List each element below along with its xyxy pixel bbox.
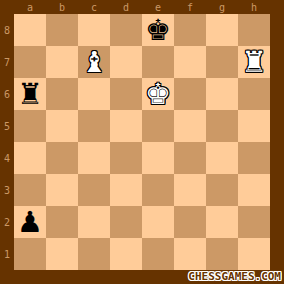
square-d2[interactable] xyxy=(110,206,142,238)
file-label-b: b xyxy=(46,0,78,14)
square-h6[interactable] xyxy=(238,78,270,110)
rank-label-2: 2 xyxy=(0,206,14,238)
file-label-h: h xyxy=(238,0,270,14)
square-a4[interactable] xyxy=(14,142,46,174)
square-b5[interactable] xyxy=(46,110,78,142)
square-h3[interactable] xyxy=(238,174,270,206)
chess-diagram: a b c d e f g h 8 7 6 5 4 3 2 1 ♚♝♜♜♚♟ C… xyxy=(0,0,284,284)
rank-label-1: 1 xyxy=(0,238,14,270)
square-c2[interactable] xyxy=(78,206,110,238)
square-h4[interactable] xyxy=(238,142,270,174)
square-e8[interactable]: ♚ xyxy=(142,14,174,46)
square-a6[interactable]: ♜ xyxy=(14,78,46,110)
rank-label-7: 7 xyxy=(0,46,14,78)
square-f6[interactable] xyxy=(174,78,206,110)
file-label-d: d xyxy=(110,0,142,14)
square-g7[interactable] xyxy=(206,46,238,78)
square-g1[interactable] xyxy=(206,238,238,270)
chess-board[interactable]: ♚♝♜♜♚♟ xyxy=(14,14,270,270)
square-b3[interactable] xyxy=(46,174,78,206)
square-c8[interactable] xyxy=(78,14,110,46)
white-bishop: ♝ xyxy=(81,46,107,78)
square-f7[interactable] xyxy=(174,46,206,78)
file-label-f: f xyxy=(174,0,206,14)
rank-label-4: 4 xyxy=(0,142,14,174)
square-g5[interactable] xyxy=(206,110,238,142)
square-e3[interactable] xyxy=(142,174,174,206)
rank-label-6: 6 xyxy=(0,78,14,110)
square-f5[interactable] xyxy=(174,110,206,142)
file-labels: a b c d e f g h xyxy=(14,0,270,14)
square-d1[interactable] xyxy=(110,238,142,270)
square-d8[interactable] xyxy=(110,14,142,46)
square-d5[interactable] xyxy=(110,110,142,142)
square-f4[interactable] xyxy=(174,142,206,174)
white-rook: ♜ xyxy=(241,46,267,78)
square-g4[interactable] xyxy=(206,142,238,174)
black-pawn: ♟ xyxy=(17,206,43,238)
square-e2[interactable] xyxy=(142,206,174,238)
square-e4[interactable] xyxy=(142,142,174,174)
square-f1[interactable] xyxy=(174,238,206,270)
rank-label-8: 8 xyxy=(0,14,14,46)
square-b6[interactable] xyxy=(46,78,78,110)
square-c6[interactable] xyxy=(78,78,110,110)
square-h8[interactable] xyxy=(238,14,270,46)
square-e7[interactable] xyxy=(142,46,174,78)
rank-label-3: 3 xyxy=(0,174,14,206)
black-king: ♚ xyxy=(145,14,171,46)
square-a2[interactable]: ♟ xyxy=(14,206,46,238)
square-b4[interactable] xyxy=(46,142,78,174)
watermark: CHESSGAMES.COM xyxy=(188,270,281,284)
file-label-g: g xyxy=(206,0,238,14)
square-g6[interactable] xyxy=(206,78,238,110)
square-h1[interactable] xyxy=(238,238,270,270)
square-a7[interactable] xyxy=(14,46,46,78)
square-d4[interactable] xyxy=(110,142,142,174)
square-a3[interactable] xyxy=(14,174,46,206)
square-d7[interactable] xyxy=(110,46,142,78)
square-a8[interactable] xyxy=(14,14,46,46)
square-g3[interactable] xyxy=(206,174,238,206)
square-c3[interactable] xyxy=(78,174,110,206)
square-c7[interactable]: ♝ xyxy=(78,46,110,78)
square-c5[interactable] xyxy=(78,110,110,142)
square-d3[interactable] xyxy=(110,174,142,206)
square-f8[interactable] xyxy=(174,14,206,46)
square-f3[interactable] xyxy=(174,174,206,206)
rank-labels: 8 7 6 5 4 3 2 1 xyxy=(0,14,14,270)
square-a5[interactable] xyxy=(14,110,46,142)
square-b2[interactable] xyxy=(46,206,78,238)
square-h5[interactable] xyxy=(238,110,270,142)
square-g8[interactable] xyxy=(206,14,238,46)
square-b8[interactable] xyxy=(46,14,78,46)
square-h2[interactable] xyxy=(238,206,270,238)
white-king: ♚ xyxy=(145,78,171,110)
square-d6[interactable] xyxy=(110,78,142,110)
square-e5[interactable] xyxy=(142,110,174,142)
square-a1[interactable] xyxy=(14,238,46,270)
black-rook: ♜ xyxy=(17,78,43,110)
square-c1[interactable] xyxy=(78,238,110,270)
rank-label-5: 5 xyxy=(0,110,14,142)
square-b1[interactable] xyxy=(46,238,78,270)
file-label-c: c xyxy=(78,0,110,14)
square-c4[interactable] xyxy=(78,142,110,174)
file-label-e: e xyxy=(142,0,174,14)
square-e1[interactable] xyxy=(142,238,174,270)
square-h7[interactable]: ♜ xyxy=(238,46,270,78)
square-g2[interactable] xyxy=(206,206,238,238)
square-e6[interactable]: ♚ xyxy=(142,78,174,110)
file-label-a: a xyxy=(14,0,46,14)
square-b7[interactable] xyxy=(46,46,78,78)
square-f2[interactable] xyxy=(174,206,206,238)
